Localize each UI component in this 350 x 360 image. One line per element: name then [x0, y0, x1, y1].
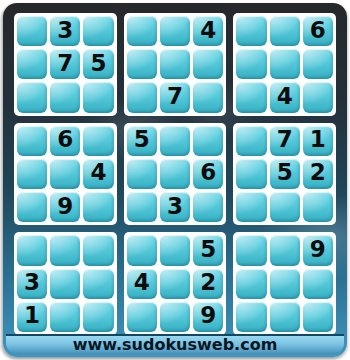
cell-r6c5[interactable]: 3 — [160, 192, 190, 222]
given-digit: 1 — [24, 304, 40, 327]
cell-r7c6[interactable]: 5 — [193, 235, 223, 265]
cell-r5c2[interactable] — [50, 159, 80, 189]
cell-r5c1[interactable] — [17, 159, 47, 189]
given-digit: 7 — [277, 128, 293, 151]
board-frame: 375476464956371523154299 www.sudokusweb.… — [3, 3, 347, 357]
given-digit: 4 — [200, 19, 216, 42]
cell-r6c6[interactable] — [193, 192, 223, 222]
given-digit: 5 — [200, 238, 216, 261]
cell-r2c4[interactable] — [127, 49, 157, 79]
box-8: 5429 — [124, 232, 227, 335]
cell-r3c7[interactable] — [236, 82, 266, 112]
cell-r4c9[interactable]: 1 — [303, 126, 333, 156]
box-6: 7152 — [233, 123, 336, 226]
given-digit: 2 — [200, 271, 216, 294]
cell-r2c1[interactable] — [17, 49, 47, 79]
cell-r3c3[interactable] — [83, 82, 113, 112]
cell-r4c4[interactable]: 5 — [127, 126, 157, 156]
given-digit: 5 — [134, 128, 150, 151]
site-footer: www.sudokusweb.com — [6, 334, 344, 354]
cell-r3c8[interactable]: 4 — [270, 82, 300, 112]
box-4: 649 — [14, 123, 117, 226]
given-digit: 9 — [57, 195, 73, 218]
cell-r5c6[interactable]: 6 — [193, 159, 223, 189]
cell-r3c1[interactable] — [17, 82, 47, 112]
site-url[interactable]: www.sudokusweb.com — [73, 337, 278, 353]
cell-r3c5[interactable]: 7 — [160, 82, 190, 112]
box-7: 31 — [14, 232, 117, 335]
cell-r9c2[interactable] — [50, 302, 80, 332]
cell-r9c1[interactable]: 1 — [17, 302, 47, 332]
cell-r2c6[interactable] — [193, 49, 223, 79]
cell-r8c2[interactable] — [50, 269, 80, 299]
cell-r8c3[interactable] — [83, 269, 113, 299]
given-digit: 7 — [57, 52, 73, 75]
cell-r1c9[interactable]: 6 — [303, 16, 333, 46]
cell-r2c2[interactable]: 7 — [50, 49, 80, 79]
cell-r4c5[interactable] — [160, 126, 190, 156]
cell-r8c6[interactable]: 2 — [193, 269, 223, 299]
cell-r8c5[interactable] — [160, 269, 190, 299]
cell-r7c5[interactable] — [160, 235, 190, 265]
given-digit: 3 — [57, 19, 73, 42]
cell-r4c2[interactable]: 6 — [50, 126, 80, 156]
cell-r4c8[interactable]: 7 — [270, 126, 300, 156]
given-digit: 1 — [310, 128, 326, 151]
cell-r5c3[interactable]: 4 — [83, 159, 113, 189]
cell-r7c3[interactable] — [83, 235, 113, 265]
cell-r1c1[interactable] — [17, 16, 47, 46]
given-digit: 6 — [310, 19, 326, 42]
cell-r7c2[interactable] — [50, 235, 80, 265]
cell-r5c8[interactable]: 5 — [270, 159, 300, 189]
given-digit: 3 — [167, 195, 183, 218]
given-digit: 9 — [200, 304, 216, 327]
given-digit: 6 — [57, 128, 73, 151]
given-digit: 3 — [24, 271, 40, 294]
cell-r7c4[interactable] — [127, 235, 157, 265]
cell-r8c4[interactable]: 4 — [127, 269, 157, 299]
cell-r6c3[interactable] — [83, 192, 113, 222]
cell-r4c3[interactable] — [83, 126, 113, 156]
given-digit: 4 — [134, 271, 150, 294]
cell-r7c9[interactable]: 9 — [303, 235, 333, 265]
given-digit: 2 — [310, 161, 326, 184]
cell-r8c9[interactable] — [303, 269, 333, 299]
cell-r3c6[interactable] — [193, 82, 223, 112]
cell-r9c7[interactable] — [236, 302, 266, 332]
cell-r3c9[interactable] — [303, 82, 333, 112]
cell-r1c3[interactable] — [83, 16, 113, 46]
cell-r5c7[interactable] — [236, 159, 266, 189]
box-1: 375 — [14, 13, 117, 116]
cell-r7c8[interactable] — [270, 235, 300, 265]
cell-r4c6[interactable] — [193, 126, 223, 156]
cell-r9c8[interactable] — [270, 302, 300, 332]
box-5: 563 — [124, 123, 227, 226]
cell-r2c3[interactable]: 5 — [83, 49, 113, 79]
cell-r8c8[interactable] — [270, 269, 300, 299]
cell-r2c9[interactable] — [303, 49, 333, 79]
given-digit: 4 — [91, 161, 107, 184]
cell-r4c7[interactable] — [236, 126, 266, 156]
cell-r5c9[interactable]: 2 — [303, 159, 333, 189]
cell-r1c7[interactable] — [236, 16, 266, 46]
cell-r6c2[interactable]: 9 — [50, 192, 80, 222]
cell-r9c9[interactable] — [303, 302, 333, 332]
cell-r3c4[interactable] — [127, 82, 157, 112]
cell-r6c7[interactable] — [236, 192, 266, 222]
box-3: 64 — [233, 13, 336, 116]
cell-r6c8[interactable] — [270, 192, 300, 222]
cell-r1c8[interactable] — [270, 16, 300, 46]
cell-r7c7[interactable] — [236, 235, 266, 265]
cell-r9c4[interactable] — [127, 302, 157, 332]
cell-r1c4[interactable] — [127, 16, 157, 46]
cell-r1c2[interactable]: 3 — [50, 16, 80, 46]
cell-r2c7[interactable] — [236, 49, 266, 79]
cell-r8c1[interactable]: 3 — [17, 269, 47, 299]
given-digit: 5 — [91, 52, 107, 75]
given-digit: 5 — [277, 161, 293, 184]
cell-r6c1[interactable] — [17, 192, 47, 222]
cell-r8c7[interactable] — [236, 269, 266, 299]
cell-r9c5[interactable] — [160, 302, 190, 332]
cell-r5c4[interactable] — [127, 159, 157, 189]
cell-r9c3[interactable] — [83, 302, 113, 332]
cell-r6c9[interactable] — [303, 192, 333, 222]
cell-r4c1[interactable] — [17, 126, 47, 156]
cell-r3c2[interactable] — [50, 82, 80, 112]
cell-r5c5[interactable] — [160, 159, 190, 189]
cell-r9c6[interactable]: 9 — [193, 302, 223, 332]
cell-r6c4[interactable] — [127, 192, 157, 222]
given-digit: 7 — [167, 85, 183, 108]
cell-r2c8[interactable] — [270, 49, 300, 79]
cell-r2c5[interactable] — [160, 49, 190, 79]
given-digit: 6 — [200, 161, 216, 184]
box-9: 9 — [233, 232, 336, 335]
cell-r1c6[interactable]: 4 — [193, 16, 223, 46]
given-digit: 4 — [277, 85, 293, 108]
given-digit: 9 — [310, 238, 326, 261]
box-2: 47 — [124, 13, 227, 116]
cell-r1c5[interactable] — [160, 16, 190, 46]
cell-r7c1[interactable] — [17, 235, 47, 265]
sudoku-board: 375476464956371523154299 — [14, 13, 336, 335]
